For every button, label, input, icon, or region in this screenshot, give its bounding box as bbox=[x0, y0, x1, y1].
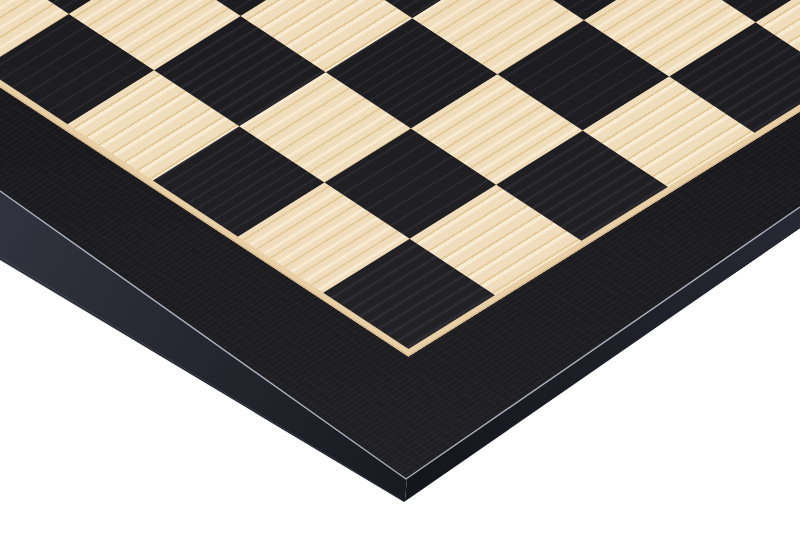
chess-board bbox=[0, 0, 800, 533]
board-side-left bbox=[0, 190, 407, 512]
edge-highlight-line bbox=[0, 191, 800, 479]
photo-background bbox=[0, 0, 800, 533]
board-side-faces bbox=[0, 0, 800, 533]
side-bottom-sheen-line bbox=[0, 257, 402, 500]
board-side-right bbox=[404, 206, 800, 512]
